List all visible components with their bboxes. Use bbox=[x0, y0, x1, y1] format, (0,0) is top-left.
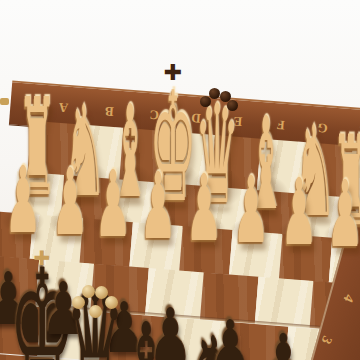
black-queen-crown-balls bbox=[82, 285, 95, 298]
white-pawn-c: ♟ bbox=[94, 158, 131, 250]
white-pawn-h: ♟ bbox=[326, 168, 360, 260]
black-queen-crown-balls bbox=[95, 286, 108, 299]
white-queen-crown-balls bbox=[227, 100, 238, 111]
black-queen-crown-balls bbox=[72, 296, 85, 309]
white-king-cross-finial: ✚ bbox=[164, 62, 182, 84]
white-pawn-f: ♟ bbox=[232, 164, 269, 256]
white-queen-crown-balls bbox=[209, 88, 220, 99]
rank-label-4: 4 bbox=[340, 292, 357, 305]
white-pawn-e: ♟ bbox=[185, 162, 222, 254]
black-king-cross-finial: ✚ bbox=[34, 248, 51, 268]
black-queen-crown-balls bbox=[89, 305, 102, 318]
white-queen-crown-balls bbox=[200, 96, 211, 107]
rank-label-3: 3 bbox=[318, 333, 335, 346]
black-pawn-5: ♟ bbox=[209, 311, 252, 360]
white-pawn-b: ♟ bbox=[51, 156, 88, 248]
black-queen-crown-balls bbox=[105, 296, 118, 309]
white-pawn-a: ♟ bbox=[4, 154, 41, 246]
black-pawn-6: ♟ bbox=[262, 326, 303, 360]
hinge-clasp bbox=[0, 98, 9, 105]
white-pawn-d: ♟ bbox=[139, 160, 176, 252]
chess-set-photo: ABCDEFGH 4 3 ♜♞♝♚♛♝♞♜♟♟♟♟♟♟♟♟♟♚♟♟♛♝♟♞♟♟ … bbox=[0, 0, 360, 360]
white-pawn-g: ♟ bbox=[280, 166, 317, 258]
